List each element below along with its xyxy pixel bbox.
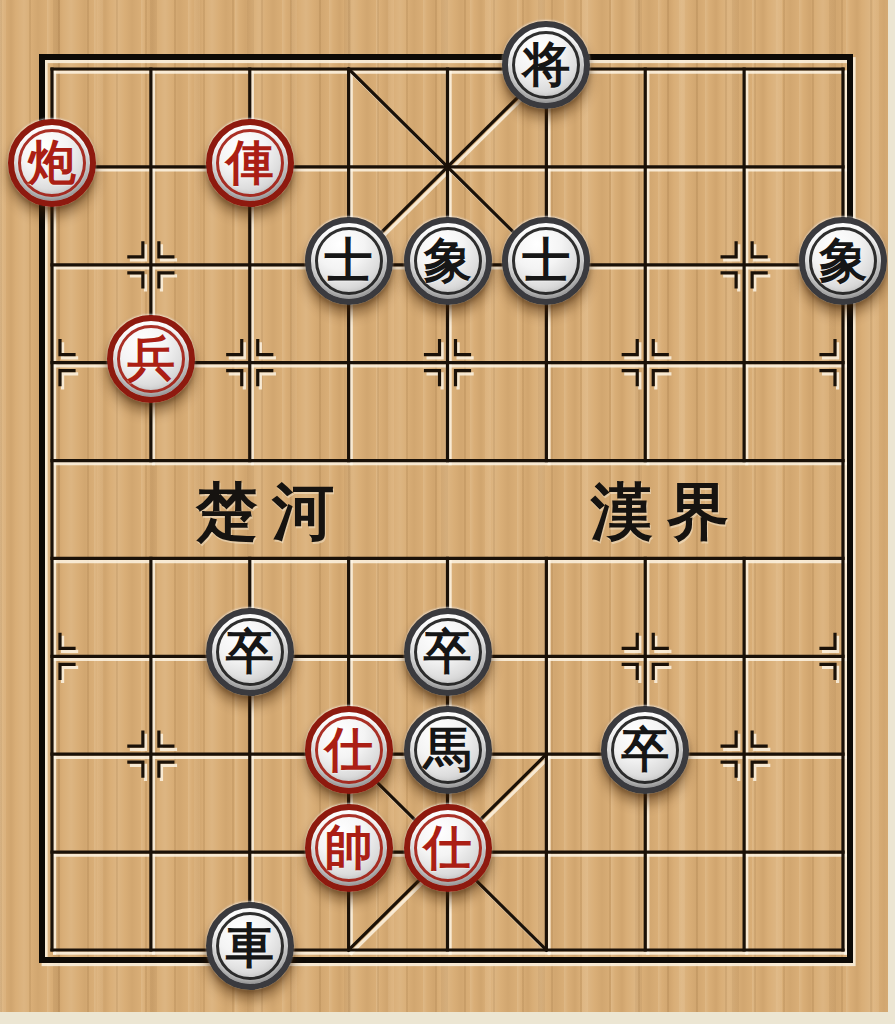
piece-black-pawn-1[interactable]: 卒: [206, 608, 294, 696]
piece-black-elephant-1[interactable]: 象: [404, 217, 492, 305]
piece-character: 士: [508, 223, 584, 299]
piece-black-advisor-2[interactable]: 士: [502, 217, 590, 305]
piece-character: 将: [508, 27, 584, 103]
piece-character: 卒: [607, 712, 683, 788]
xiangqi-app: 楚河 漢界 将炮俥士象士象兵卒卒仕馬卒帥仕車: [0, 0, 895, 1024]
piece-red-advisor-2[interactable]: 仕: [404, 804, 492, 892]
piece-character: 象: [410, 223, 486, 299]
page-edge-bottom: [0, 1012, 895, 1024]
river-label-left: 楚河: [196, 481, 348, 543]
piece-black-advisor-1[interactable]: 士: [305, 217, 393, 305]
piece-red-advisor-1[interactable]: 仕: [305, 706, 393, 794]
piece-character: 象: [805, 223, 881, 299]
piece-black-pawn-3[interactable]: 卒: [601, 706, 689, 794]
piece-character: 士: [311, 223, 387, 299]
piece-character: 帥: [311, 810, 387, 886]
piece-character: 炮: [14, 125, 90, 201]
piece-black-pawn-2[interactable]: 卒: [404, 608, 492, 696]
piece-character: 車: [212, 908, 288, 984]
piece-character: 兵: [113, 321, 189, 397]
piece-character: 仕: [410, 810, 486, 886]
page-edge-right: [888, 0, 895, 1024]
piece-character: 卒: [410, 614, 486, 690]
piece-red-chariot[interactable]: 俥: [206, 119, 294, 207]
piece-red-pawn[interactable]: 兵: [107, 315, 195, 403]
piece-character: 卒: [212, 614, 288, 690]
river-label-right: 漢界: [591, 481, 743, 543]
piece-black-elephant-2[interactable]: 象: [799, 217, 887, 305]
piece-red-general[interactable]: 帥: [305, 804, 393, 892]
piece-character: 馬: [410, 712, 486, 788]
piece-character: 俥: [212, 125, 288, 201]
piece-black-horse[interactable]: 馬: [404, 706, 492, 794]
piece-black-chariot[interactable]: 車: [206, 902, 294, 990]
piece-character: 仕: [311, 712, 387, 788]
piece-red-cannon[interactable]: 炮: [8, 119, 96, 207]
piece-black-general[interactable]: 将: [502, 21, 590, 109]
